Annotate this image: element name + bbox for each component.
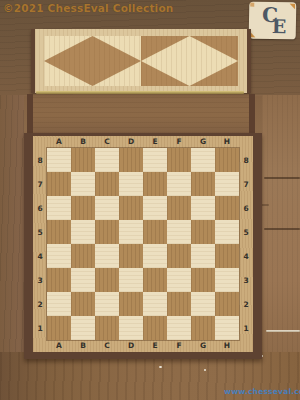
rank-label-4: 4	[33, 244, 47, 268]
logo-letter-e: E	[272, 17, 287, 36]
chesseval-logo: C E	[249, 2, 297, 40]
copyright-watermark: ©2021 ChessEval Collection	[3, 2, 174, 14]
marquetry-pattern	[44, 36, 238, 86]
square-f8	[167, 148, 191, 172]
website-watermark: www.chesseval.com	[224, 387, 300, 396]
square-b7	[71, 172, 95, 196]
file-label-b: B	[71, 340, 95, 352]
square-d7	[119, 172, 143, 196]
floor-plank-seam	[264, 177, 300, 179]
square-d6	[119, 196, 143, 220]
square-c3	[95, 268, 119, 292]
rank-labels-left: 87654321	[33, 148, 47, 340]
square-a1	[47, 316, 71, 340]
square-e1	[143, 316, 167, 340]
square-h3	[215, 268, 239, 292]
file-label-a: A	[47, 136, 71, 148]
chessboard-squares	[47, 148, 239, 340]
square-f3	[167, 268, 191, 292]
file-label-a: A	[47, 340, 71, 352]
square-b4	[71, 244, 95, 268]
file-label-g: G	[191, 340, 215, 352]
rank-label-6: 6	[239, 196, 253, 220]
light-diamond-inlay	[141, 36, 238, 86]
square-h5	[215, 220, 239, 244]
square-h2	[215, 292, 239, 316]
square-c1	[95, 316, 119, 340]
marquetry-light-diamond-motif	[141, 36, 238, 86]
square-b8	[71, 148, 95, 172]
square-e8	[143, 148, 167, 172]
rank-label-1: 1	[239, 316, 253, 340]
file-label-f: F	[167, 340, 191, 352]
square-d8	[119, 148, 143, 172]
file-label-f: F	[167, 136, 191, 148]
box-lid-marquetry-strip	[31, 29, 251, 93]
floor-highlight-seam	[266, 330, 300, 332]
square-e4	[143, 244, 167, 268]
file-labels-bottom: ABCDEFGH	[47, 340, 239, 352]
square-a2	[47, 292, 71, 316]
square-d3	[119, 268, 143, 292]
file-label-g: G	[191, 136, 215, 148]
rank-label-3: 3	[33, 268, 47, 292]
rank-label-5: 5	[239, 220, 253, 244]
rank-label-8: 8	[239, 148, 253, 172]
dust-speck	[159, 366, 162, 368]
square-e3	[143, 268, 167, 292]
square-e6	[143, 196, 167, 220]
floor-plank-seam	[264, 228, 300, 230]
square-g6	[191, 196, 215, 220]
square-b5	[71, 220, 95, 244]
square-c2	[95, 292, 119, 316]
square-b1	[71, 316, 95, 340]
square-h6	[215, 196, 239, 220]
square-d5	[119, 220, 143, 244]
logo-corner-mark	[250, 3, 254, 7]
box-side-panel	[27, 94, 255, 133]
rank-label-4: 4	[239, 244, 253, 268]
square-g5	[191, 220, 215, 244]
file-label-c: C	[95, 340, 119, 352]
square-a7	[47, 172, 71, 196]
photo-of-folding-chessboard: ©2021 ChessEval Collection www.chesseval…	[0, 0, 300, 400]
square-f7	[167, 172, 191, 196]
dark-diamond-inlay	[44, 36, 141, 86]
square-b3	[71, 268, 95, 292]
file-label-e: E	[143, 340, 167, 352]
marquetry-dark-diamond-motif	[44, 36, 141, 86]
square-f4	[167, 244, 191, 268]
square-c7	[95, 172, 119, 196]
file-label-c: C	[95, 136, 119, 148]
square-c8	[95, 148, 119, 172]
square-b6	[71, 196, 95, 220]
rank-label-7: 7	[33, 172, 47, 196]
square-f1	[167, 316, 191, 340]
square-d1	[119, 316, 143, 340]
square-g7	[191, 172, 215, 196]
square-h8	[215, 148, 239, 172]
square-e7	[143, 172, 167, 196]
square-c4	[95, 244, 119, 268]
square-a8	[47, 148, 71, 172]
square-e2	[143, 292, 167, 316]
square-g2	[191, 292, 215, 316]
rank-label-5: 5	[33, 220, 47, 244]
file-labels-top: ABCDEFGH	[47, 136, 239, 148]
square-a4	[47, 244, 71, 268]
chessboard-walnut-edge: ABCDEFGH ABCDEFGH 87654321 87654321	[24, 133, 262, 359]
square-f6	[167, 196, 191, 220]
square-d2	[119, 292, 143, 316]
rank-label-3: 3	[239, 268, 253, 292]
square-c6	[95, 196, 119, 220]
rank-label-7: 7	[239, 172, 253, 196]
square-h7	[215, 172, 239, 196]
rank-label-8: 8	[33, 148, 47, 172]
square-f5	[167, 220, 191, 244]
square-c5	[95, 220, 119, 244]
square-f2	[167, 292, 191, 316]
rank-label-2: 2	[239, 292, 253, 316]
square-e5	[143, 220, 167, 244]
file-label-e: E	[143, 136, 167, 148]
square-a3	[47, 268, 71, 292]
rank-label-6: 6	[33, 196, 47, 220]
square-h4	[215, 244, 239, 268]
square-d4	[119, 244, 143, 268]
file-label-b: B	[71, 136, 95, 148]
square-h1	[215, 316, 239, 340]
file-label-d: D	[119, 136, 143, 148]
dust-speck	[204, 369, 206, 371]
square-a6	[47, 196, 71, 220]
rank-label-1: 1	[33, 316, 47, 340]
file-label-h: H	[215, 340, 239, 352]
wood-floor-left	[0, 95, 24, 352]
rank-labels-right: 87654321	[239, 148, 253, 340]
square-a5	[47, 220, 71, 244]
file-label-h: H	[215, 136, 239, 148]
rank-label-2: 2	[33, 292, 47, 316]
square-g8	[191, 148, 215, 172]
square-g1	[191, 316, 215, 340]
chessboard-frame: ABCDEFGH ABCDEFGH 87654321 87654321	[33, 136, 253, 352]
square-g4	[191, 244, 215, 268]
square-b2	[71, 292, 95, 316]
file-label-d: D	[119, 340, 143, 352]
square-g3	[191, 268, 215, 292]
